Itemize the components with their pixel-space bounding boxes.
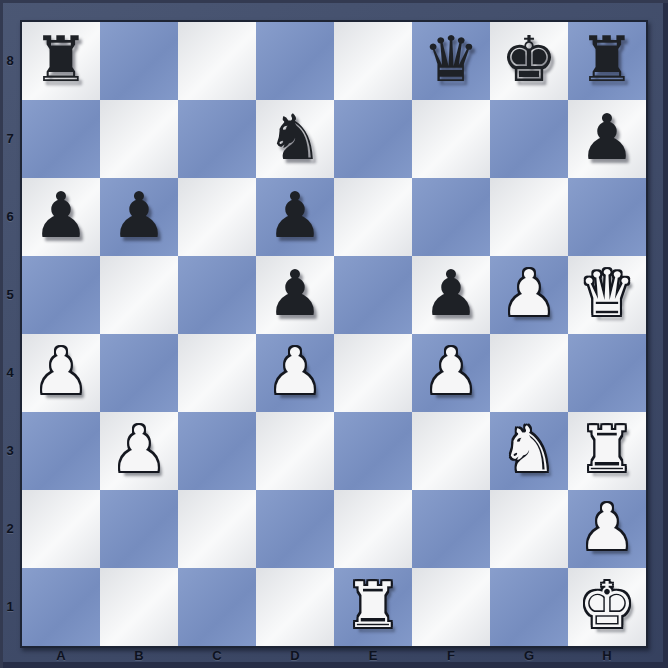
piece-black-rook[interactable]: ♜ — [568, 22, 646, 100]
square-a1[interactable] — [22, 568, 100, 646]
square-d3[interactable] — [256, 412, 334, 490]
file-label-h: H — [568, 645, 646, 667]
square-f3[interactable] — [412, 412, 490, 490]
piece-white-pawn[interactable]: ♟ — [22, 334, 100, 412]
square-d1[interactable] — [256, 568, 334, 646]
rank-label-7: 7 — [0, 100, 20, 178]
square-e6[interactable] — [334, 178, 412, 256]
file-label-f: F — [412, 645, 490, 667]
square-a6[interactable]: ♟ — [22, 178, 100, 256]
rank-label-4: 4 — [0, 334, 20, 412]
rank-label-1: 1 — [0, 568, 20, 646]
square-e7[interactable] — [334, 100, 412, 178]
piece-white-pawn[interactable]: ♟ — [412, 334, 490, 412]
square-a8[interactable]: ♜ — [22, 22, 100, 100]
square-a2[interactable] — [22, 490, 100, 568]
piece-white-rook[interactable]: ♜ — [568, 412, 646, 490]
square-g5[interactable]: ♟ — [490, 256, 568, 334]
square-c7[interactable] — [178, 100, 256, 178]
square-b5[interactable] — [100, 256, 178, 334]
rank-label-3: 3 — [0, 412, 20, 490]
square-e3[interactable] — [334, 412, 412, 490]
square-a7[interactable] — [22, 100, 100, 178]
piece-white-rook[interactable]: ♜ — [334, 568, 412, 646]
piece-black-pawn[interactable]: ♟ — [568, 100, 646, 178]
square-e4[interactable] — [334, 334, 412, 412]
square-g3[interactable]: ♞ — [490, 412, 568, 490]
file-label-d: D — [256, 645, 334, 667]
piece-white-knight[interactable]: ♞ — [490, 412, 568, 490]
piece-black-king[interactable]: ♚ — [490, 22, 568, 100]
square-d7[interactable]: ♞ — [256, 100, 334, 178]
square-c8[interactable] — [178, 22, 256, 100]
piece-black-pawn[interactable]: ♟ — [256, 178, 334, 256]
square-c4[interactable] — [178, 334, 256, 412]
piece-white-pawn[interactable]: ♟ — [256, 334, 334, 412]
square-d5[interactable]: ♟ — [256, 256, 334, 334]
rank-label-6: 6 — [0, 178, 20, 256]
square-e2[interactable] — [334, 490, 412, 568]
rank-label-5: 5 — [0, 256, 20, 334]
square-f5[interactable]: ♟ — [412, 256, 490, 334]
piece-black-rook[interactable]: ♜ — [22, 22, 100, 100]
square-f2[interactable] — [412, 490, 490, 568]
square-b8[interactable] — [100, 22, 178, 100]
piece-white-pawn[interactable]: ♟ — [568, 490, 646, 568]
square-f6[interactable] — [412, 178, 490, 256]
square-e1[interactable]: ♜ — [334, 568, 412, 646]
square-h2[interactable]: ♟ — [568, 490, 646, 568]
file-label-a: A — [22, 645, 100, 667]
piece-black-pawn[interactable]: ♟ — [412, 256, 490, 334]
file-label-b: B — [100, 645, 178, 667]
piece-black-pawn[interactable]: ♟ — [256, 256, 334, 334]
square-c3[interactable] — [178, 412, 256, 490]
piece-white-queen[interactable]: ♛ — [568, 256, 646, 334]
square-d4[interactable]: ♟ — [256, 334, 334, 412]
square-a3[interactable] — [22, 412, 100, 490]
square-h4[interactable] — [568, 334, 646, 412]
rank-label-2: 2 — [0, 490, 20, 568]
square-h8[interactable]: ♜ — [568, 22, 646, 100]
rank-label-8: 8 — [0, 22, 20, 100]
square-g1[interactable] — [490, 568, 568, 646]
square-g6[interactable] — [490, 178, 568, 256]
square-b4[interactable] — [100, 334, 178, 412]
square-a5[interactable] — [22, 256, 100, 334]
square-d6[interactable]: ♟ — [256, 178, 334, 256]
square-g7[interactable] — [490, 100, 568, 178]
square-e5[interactable] — [334, 256, 412, 334]
square-b2[interactable] — [100, 490, 178, 568]
piece-white-king[interactable]: ♚ — [568, 568, 646, 646]
piece-black-pawn[interactable]: ♟ — [100, 178, 178, 256]
square-c6[interactable] — [178, 178, 256, 256]
file-label-e: E — [334, 645, 412, 667]
piece-black-knight[interactable]: ♞ — [256, 100, 334, 178]
square-h1[interactable]: ♚ — [568, 568, 646, 646]
chess-board-frame: ♜♛♚♜♞♟♟♟♟♟♟♟♛♟♟♟♟♞♜♟♜♚ 87654321ABCDEFGH — [0, 0, 668, 668]
piece-white-pawn[interactable]: ♟ — [490, 256, 568, 334]
square-f1[interactable] — [412, 568, 490, 646]
square-b6[interactable]: ♟ — [100, 178, 178, 256]
file-label-c: C — [178, 645, 256, 667]
piece-black-pawn[interactable]: ♟ — [22, 178, 100, 256]
square-f8[interactable]: ♛ — [412, 22, 490, 100]
square-c1[interactable] — [178, 568, 256, 646]
square-g8[interactable]: ♚ — [490, 22, 568, 100]
square-d8[interactable] — [256, 22, 334, 100]
square-d2[interactable] — [256, 490, 334, 568]
square-f4[interactable]: ♟ — [412, 334, 490, 412]
piece-black-queen[interactable]: ♛ — [412, 22, 490, 100]
square-g4[interactable] — [490, 334, 568, 412]
square-c2[interactable] — [178, 490, 256, 568]
square-h5[interactable]: ♛ — [568, 256, 646, 334]
square-f7[interactable] — [412, 100, 490, 178]
chess-board: ♜♛♚♜♞♟♟♟♟♟♟♟♛♟♟♟♟♞♜♟♜♚ — [20, 20, 648, 648]
file-label-g: G — [490, 645, 568, 667]
square-h3[interactable]: ♜ — [568, 412, 646, 490]
square-b7[interactable] — [100, 100, 178, 178]
piece-white-pawn[interactable]: ♟ — [100, 412, 178, 490]
square-g2[interactable] — [490, 490, 568, 568]
square-c5[interactable] — [178, 256, 256, 334]
square-h7[interactable]: ♟ — [568, 100, 646, 178]
square-h6[interactable] — [568, 178, 646, 256]
square-b3[interactable]: ♟ — [100, 412, 178, 490]
square-b1[interactable] — [100, 568, 178, 646]
square-a4[interactable]: ♟ — [22, 334, 100, 412]
square-e8[interactable] — [334, 22, 412, 100]
